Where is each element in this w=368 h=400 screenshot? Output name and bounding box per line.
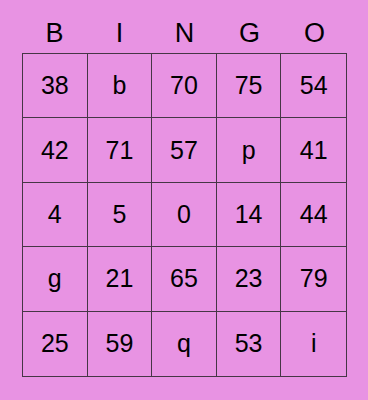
bingo-cell[interactable]: p (217, 118, 282, 182)
bingo-cell[interactable]: b (88, 54, 153, 118)
bingo-cell[interactable]: 70 (152, 54, 217, 118)
bingo-board: 38b707554427157p414501444g216523792559q5… (22, 53, 347, 377)
bingo-cell[interactable]: i (281, 312, 346, 376)
bingo-cell[interactable]: 42 (23, 118, 88, 182)
bingo-cell[interactable]: 38 (23, 54, 88, 118)
header-letter-i: I (87, 20, 152, 47)
bingo-cell[interactable]: 54 (281, 54, 346, 118)
bingo-cell[interactable]: 65 (152, 247, 217, 311)
bingo-cell[interactable]: 41 (281, 118, 346, 182)
bingo-cell[interactable]: 25 (23, 312, 88, 376)
bingo-cell[interactable]: 71 (88, 118, 153, 182)
header-letter-b: B (22, 20, 87, 47)
bingo-cell[interactable]: 23 (217, 247, 282, 311)
bingo-cell[interactable]: 53 (217, 312, 282, 376)
bingo-cell[interactable]: 21 (88, 247, 153, 311)
header-letter-n: N (152, 20, 217, 47)
bingo-card: BINGO 38b707554427157p414501444g21652379… (0, 0, 368, 400)
header-letter-g: G (217, 20, 282, 47)
bingo-cell[interactable]: 14 (217, 183, 282, 247)
bingo-cell[interactable]: g (23, 247, 88, 311)
bingo-cell[interactable]: 5 (88, 183, 153, 247)
bingo-cell[interactable]: q (152, 312, 217, 376)
bingo-cell[interactable]: 75 (217, 54, 282, 118)
bingo-cell[interactable]: 79 (281, 247, 346, 311)
header-letter-o: O (282, 20, 347, 47)
bingo-cell[interactable]: 0 (152, 183, 217, 247)
bingo-cell[interactable]: 59 (88, 312, 153, 376)
bingo-header: BINGO (22, 20, 347, 47)
bingo-cell[interactable]: 44 (281, 183, 346, 247)
bingo-cell[interactable]: 4 (23, 183, 88, 247)
bingo-cell[interactable]: 57 (152, 118, 217, 182)
